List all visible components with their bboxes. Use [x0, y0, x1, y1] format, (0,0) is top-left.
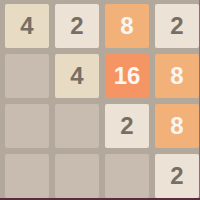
tile-4: 4 [5, 4, 49, 48]
tile-2: 2 [155, 154, 199, 198]
tile-8: 8 [155, 104, 199, 148]
empty-cell [5, 104, 49, 148]
2048-board[interactable]: 42824168282 [0, 0, 200, 200]
empty-cell [55, 154, 99, 198]
empty-cell [105, 154, 149, 198]
board-grid: 42824168282 [0, 0, 200, 198]
tile-2: 2 [105, 104, 149, 148]
empty-cell [5, 54, 49, 98]
tile-2: 2 [55, 4, 99, 48]
tile-8: 8 [155, 54, 199, 98]
tile-16: 16 [105, 54, 149, 98]
screenshot-right-edge [199, 0, 200, 200]
tile-2: 2 [155, 4, 199, 48]
screenshot-bottom-edge [0, 198, 200, 200]
empty-cell [5, 154, 49, 198]
tile-4: 4 [55, 54, 99, 98]
tile-8: 8 [105, 4, 149, 48]
empty-cell [55, 104, 99, 148]
